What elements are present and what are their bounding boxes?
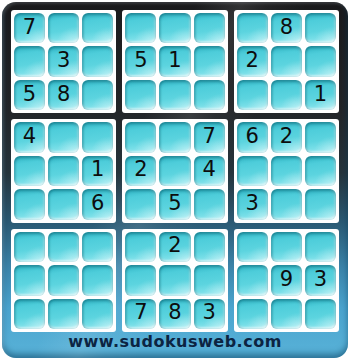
cell-r2c8[interactable] [271, 46, 302, 76]
cell-r3c7[interactable] [237, 80, 268, 110]
box-2: 51 [122, 10, 227, 113]
cell-r8c3[interactable] [82, 265, 113, 295]
cell-r4c7[interactable]: 6 [237, 122, 268, 152]
cell-r9c5[interactable]: 8 [159, 299, 190, 329]
box-3: 821 [234, 10, 339, 113]
cell-r5c6[interactable]: 4 [194, 156, 225, 186]
cell-r1c3[interactable] [82, 13, 113, 43]
cell-r8c8[interactable]: 9 [271, 265, 302, 295]
box-5: 7245 [122, 119, 227, 222]
cell-r2c6[interactable] [194, 46, 225, 76]
cell-r4c8[interactable]: 2 [271, 122, 302, 152]
cell-r4c4[interactable] [125, 122, 156, 152]
cell-r9c7[interactable] [237, 299, 268, 329]
cell-r1c9[interactable] [305, 13, 336, 43]
cell-r7c8[interactable] [271, 232, 302, 262]
cell-r8c7[interactable] [237, 265, 268, 295]
cell-r1c7[interactable] [237, 13, 268, 43]
cell-r7c9[interactable] [305, 232, 336, 262]
cell-r3c3[interactable] [82, 80, 113, 110]
cell-r4c2[interactable] [48, 122, 79, 152]
cell-r6c4[interactable] [125, 189, 156, 219]
cell-r2c4[interactable]: 5 [125, 46, 156, 76]
cell-r5c2[interactable] [48, 156, 79, 186]
cell-r3c1[interactable]: 5 [14, 80, 45, 110]
cell-r7c3[interactable] [82, 232, 113, 262]
cell-r2c5[interactable]: 1 [159, 46, 190, 76]
cell-r1c2[interactable] [48, 13, 79, 43]
cell-r3c6[interactable] [194, 80, 225, 110]
cell-r5c4[interactable]: 2 [125, 156, 156, 186]
cell-r8c1[interactable] [14, 265, 45, 295]
box-8: 2783 [122, 229, 227, 332]
box-7 [11, 229, 116, 332]
sudoku-widget: 7358518214167245623278393 www.sudokusweb… [0, 0, 350, 360]
cell-r9c2[interactable] [48, 299, 79, 329]
cell-r5c8[interactable] [271, 156, 302, 186]
box-4: 416 [11, 119, 116, 222]
cell-r8c6[interactable] [194, 265, 225, 295]
cell-r2c7[interactable]: 2 [237, 46, 268, 76]
cell-r4c3[interactable] [82, 122, 113, 152]
cell-r4c5[interactable] [159, 122, 190, 152]
cell-r7c6[interactable] [194, 232, 225, 262]
cell-r5c3[interactable]: 1 [82, 156, 113, 186]
cell-r1c6[interactable] [194, 13, 225, 43]
cell-r3c5[interactable] [159, 80, 190, 110]
cell-r4c1[interactable]: 4 [14, 122, 45, 152]
cell-r4c9[interactable] [305, 122, 336, 152]
box-1: 7358 [11, 10, 116, 113]
cell-r2c9[interactable] [305, 46, 336, 76]
cell-r3c9[interactable]: 1 [305, 80, 336, 110]
cell-r7c1[interactable] [14, 232, 45, 262]
cell-r7c4[interactable] [125, 232, 156, 262]
cell-r6c5[interactable]: 5 [159, 189, 190, 219]
cell-r6c9[interactable] [305, 189, 336, 219]
cell-r1c5[interactable] [159, 13, 190, 43]
cell-r1c4[interactable] [125, 13, 156, 43]
cell-r3c2[interactable]: 8 [48, 80, 79, 110]
cell-r9c8[interactable] [271, 299, 302, 329]
cell-r3c8[interactable] [271, 80, 302, 110]
cell-r8c5[interactable] [159, 265, 190, 295]
site-url: www.sudokusweb.com [0, 332, 350, 351]
cell-r7c5[interactable]: 2 [159, 232, 190, 262]
cell-r2c1[interactable] [14, 46, 45, 76]
cell-r2c3[interactable] [82, 46, 113, 76]
cell-r2c2[interactable]: 3 [48, 46, 79, 76]
cell-r5c9[interactable] [305, 156, 336, 186]
cell-r9c6[interactable]: 3 [194, 299, 225, 329]
cell-r5c1[interactable] [14, 156, 45, 186]
cell-r6c2[interactable] [48, 189, 79, 219]
cell-r6c8[interactable] [271, 189, 302, 219]
cell-r6c6[interactable] [194, 189, 225, 219]
cell-r8c4[interactable] [125, 265, 156, 295]
cell-r5c5[interactable] [159, 156, 190, 186]
cell-r1c1[interactable]: 7 [14, 13, 45, 43]
cell-r4c6[interactable]: 7 [194, 122, 225, 152]
cell-r7c7[interactable] [237, 232, 268, 262]
cell-r9c9[interactable] [305, 299, 336, 329]
cell-r3c4[interactable] [125, 80, 156, 110]
cell-r8c9[interactable]: 3 [305, 265, 336, 295]
cell-r6c3[interactable]: 6 [82, 189, 113, 219]
cell-r6c1[interactable] [14, 189, 45, 219]
box-6: 623 [234, 119, 339, 222]
cell-r7c2[interactable] [48, 232, 79, 262]
cell-r5c7[interactable] [237, 156, 268, 186]
cell-r8c2[interactable] [48, 265, 79, 295]
box-9: 93 [234, 229, 339, 332]
cell-r9c3[interactable] [82, 299, 113, 329]
cell-r6c7[interactable]: 3 [237, 189, 268, 219]
cell-r1c8[interactable]: 8 [271, 13, 302, 43]
sudoku-board: 7358518214167245623278393 [11, 10, 339, 332]
cell-r9c4[interactable]: 7 [125, 299, 156, 329]
cell-r9c1[interactable] [14, 299, 45, 329]
